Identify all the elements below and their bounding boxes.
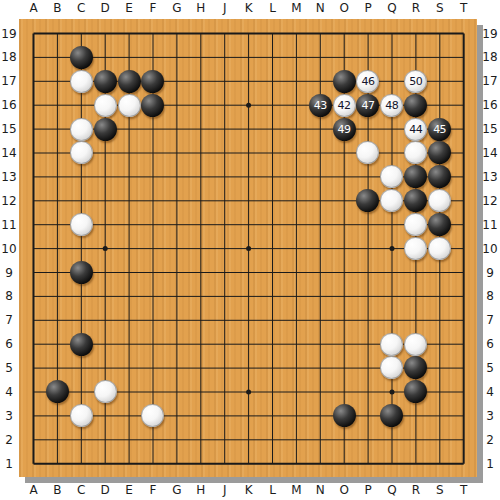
white-stone-D4: [94, 380, 117, 403]
white-stone-C3: [70, 404, 93, 427]
black-stone-F16: [141, 94, 164, 117]
coord-letter-top-M: M: [291, 2, 301, 14]
white-stone-R6: [404, 333, 427, 356]
coord-letter-bottom-L: L: [269, 484, 276, 496]
coord-letter-bottom-M: M: [291, 484, 301, 496]
coord-number-right-3: 3: [486, 410, 494, 422]
black-stone-R4: [404, 380, 427, 403]
coord-number-right-6: 6: [486, 338, 494, 350]
coord-letter-top-S: S: [436, 2, 444, 14]
coord-number-right-13: 13: [482, 171, 497, 183]
white-stone-S12: [428, 189, 451, 212]
coord-letter-top-F: F: [150, 2, 157, 14]
coord-letter-bottom-P: P: [364, 484, 371, 496]
coord-number-left-17: 17: [1, 75, 16, 87]
coord-letter-top-P: P: [364, 2, 371, 14]
black-stone-Q3: [380, 404, 403, 427]
coord-letter-bottom-H: H: [196, 484, 205, 496]
white-stone-Q5: [380, 356, 403, 379]
coord-number-left-4: 4: [5, 386, 13, 398]
coord-letter-top-O: O: [339, 2, 348, 14]
coord-letter-bottom-F: F: [150, 484, 157, 496]
coord-number-right-4: 4: [486, 386, 494, 398]
stones-grid: 465043424748494445: [22, 22, 476, 476]
coord-letter-bottom-B: B: [53, 484, 61, 496]
coord-letter-bottom-T: T: [460, 484, 467, 496]
go-board[interactable]: 465043424748494445: [19, 19, 477, 477]
white-stone-E16: [118, 94, 141, 117]
coord-number-right-12: 12: [482, 195, 497, 207]
coord-number-right-10: 10: [482, 243, 497, 255]
coord-letter-top-E: E: [125, 2, 133, 14]
coord-number-left-3: 3: [5, 410, 13, 422]
black-stone-S13: [428, 165, 451, 188]
coord-letter-bottom-Q: Q: [387, 484, 396, 496]
black-stone-C18: [70, 46, 93, 69]
coord-letter-top-H: H: [196, 2, 205, 14]
coord-number-left-1: 1: [5, 458, 13, 470]
coord-letter-top-L: L: [269, 2, 276, 14]
black-stone-O3: [333, 404, 356, 427]
move-number-label: 45: [433, 124, 446, 135]
white-stone-Q13: [380, 165, 403, 188]
move-number-label: 49: [338, 124, 351, 135]
coord-letter-top-Q: Q: [387, 2, 396, 14]
white-stone-D16: [94, 94, 117, 117]
move-number-label: 50: [409, 76, 422, 87]
white-stone-C14: [70, 141, 93, 164]
move-number-label: 46: [361, 76, 374, 87]
move-number-label: 47: [361, 100, 374, 111]
coord-number-left-16: 16: [1, 99, 16, 111]
coord-number-right-1: 1: [486, 458, 494, 470]
coord-letter-bottom-E: E: [125, 484, 133, 496]
coord-number-right-11: 11: [482, 219, 497, 231]
go-app-window: 465043424748494445 AA1919BB1818CC1717DD1…: [0, 0, 500, 500]
black-stone-O17: [333, 70, 356, 93]
coord-number-left-12: 12: [1, 195, 16, 207]
black-stone-P12: [356, 189, 379, 212]
coord-letter-bottom-J: J: [223, 484, 227, 496]
move-number-label: 43: [314, 100, 327, 111]
coord-number-left-15: 15: [1, 123, 16, 135]
coord-number-left-14: 14: [1, 147, 16, 159]
coord-letter-bottom-D: D: [101, 484, 110, 496]
white-stone-Q16: 48: [380, 94, 403, 117]
coord-number-left-11: 11: [1, 219, 16, 231]
coord-letter-bottom-G: G: [172, 484, 181, 496]
black-stone-D17: [94, 70, 117, 93]
coord-number-right-9: 9: [486, 267, 494, 279]
coord-letter-bottom-O: O: [339, 484, 348, 496]
black-stone-R13: [404, 165, 427, 188]
white-stone-R11: [404, 213, 427, 236]
black-stone-R16: [404, 94, 427, 117]
coord-number-right-18: 18: [482, 51, 497, 63]
coord-number-left-5: 5: [5, 362, 13, 374]
coord-number-left-7: 7: [5, 314, 13, 326]
white-stone-S10: [428, 237, 451, 260]
white-stone-Q12: [380, 189, 403, 212]
coord-letter-bottom-C: C: [77, 484, 85, 496]
move-number-label: 48: [385, 100, 398, 111]
coord-number-right-17: 17: [482, 75, 497, 87]
coord-letter-top-B: B: [53, 2, 61, 14]
white-stone-O16: 42: [333, 94, 356, 117]
black-stone-N16: 43: [309, 94, 332, 117]
coord-number-left-2: 2: [5, 434, 13, 446]
black-stone-R12: [404, 189, 427, 212]
white-stone-R17: 50: [404, 70, 427, 93]
coord-letter-bottom-K: K: [245, 484, 253, 496]
white-stone-P17: 46: [356, 70, 379, 93]
white-stone-C11: [70, 213, 93, 236]
coord-letter-top-K: K: [245, 2, 253, 14]
coord-number-right-5: 5: [486, 362, 494, 374]
coord-number-left-18: 18: [1, 51, 16, 63]
move-number-label: 44: [409, 124, 422, 135]
black-stone-D15: [94, 118, 117, 141]
coord-number-right-15: 15: [482, 123, 497, 135]
coord-number-left-19: 19: [1, 28, 16, 40]
black-stone-C9: [70, 261, 93, 284]
coord-number-left-13: 13: [1, 171, 16, 183]
coord-letter-top-C: C: [77, 2, 85, 14]
white-stone-C17: [70, 70, 93, 93]
coord-letter-top-G: G: [172, 2, 181, 14]
coord-letter-top-D: D: [101, 2, 110, 14]
coord-number-left-8: 8: [5, 290, 13, 302]
coord-number-left-6: 6: [5, 338, 13, 350]
black-stone-S14: [428, 141, 451, 164]
coord-letter-top-J: J: [223, 2, 227, 14]
black-stone-C6: [70, 333, 93, 356]
white-stone-P14: [356, 141, 379, 164]
black-stone-S15: 45: [428, 118, 451, 141]
coord-letter-top-T: T: [460, 2, 467, 14]
black-stone-S11: [428, 213, 451, 236]
coord-letter-top-A: A: [29, 2, 37, 14]
move-number-label: 42: [338, 100, 351, 111]
coord-number-right-16: 16: [482, 99, 497, 111]
coord-number-right-19: 19: [482, 28, 497, 40]
white-stone-Q6: [380, 333, 403, 356]
white-stone-F3: [141, 404, 164, 427]
coord-letter-bottom-S: S: [436, 484, 444, 496]
black-stone-E17: [118, 70, 141, 93]
black-stone-O15: 49: [333, 118, 356, 141]
coord-number-right-8: 8: [486, 290, 494, 302]
black-stone-B4: [46, 380, 69, 403]
white-stone-C15: [70, 118, 93, 141]
white-stone-R10: [404, 237, 427, 260]
coord-number-left-9: 9: [5, 267, 13, 279]
coord-letter-top-R: R: [412, 2, 420, 14]
coord-letter-bottom-A: A: [29, 484, 37, 496]
white-stone-R14: [404, 141, 427, 164]
white-stone-R15: 44: [404, 118, 427, 141]
black-stone-R5: [404, 356, 427, 379]
coord-letter-bottom-R: R: [412, 484, 420, 496]
coord-letter-bottom-N: N: [316, 484, 325, 496]
coord-number-left-10: 10: [1, 243, 16, 255]
coord-letter-top-N: N: [316, 2, 325, 14]
coord-number-right-7: 7: [486, 314, 494, 326]
coord-number-right-14: 14: [482, 147, 497, 159]
black-stone-P16: 47: [356, 94, 379, 117]
black-stone-F17: [141, 70, 164, 93]
coord-number-right-2: 2: [486, 434, 494, 446]
